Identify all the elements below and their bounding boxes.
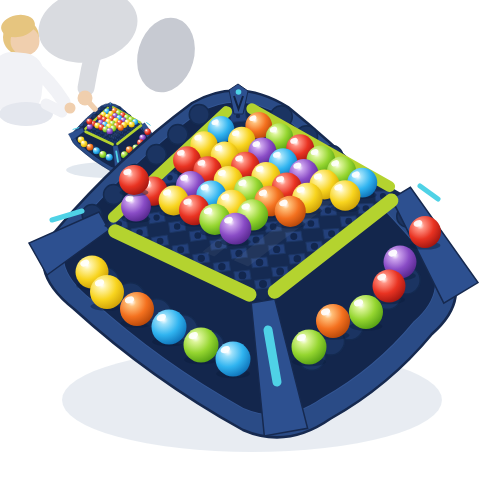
adult-figure-leg [129,11,204,99]
empty-cell-hole [239,272,247,280]
empty-cell-hole [114,141,116,143]
empty-cell-hole [259,280,267,288]
empty-cell-hole [194,232,201,239]
cyan-accent [420,186,438,199]
tray-well [146,145,166,165]
grid-ball-purple [107,128,113,135]
child-hand [65,103,76,114]
tray-ball-blue [93,147,100,154]
product-image[interactable] [0,0,500,500]
tray-ball-blue [106,154,113,161]
cyan-accent [147,123,151,126]
empty-cell-hole [157,238,164,245]
empty-cell-hole [125,134,126,135]
tray-well [92,114,96,118]
empty-cell-hole [325,207,331,213]
empty-cell-hole [96,120,97,121]
tray-well [168,125,188,145]
empty-cell-hole [110,140,112,142]
grid-ball-orange [275,196,306,229]
empty-cell-hole [276,268,284,276]
tray-ball-red [144,129,150,136]
empty-cell-hole [308,220,315,227]
tray-ball-orange [120,292,154,328]
empty-cell-hole [128,131,129,132]
empty-cell-hole [121,132,122,133]
empty-cell-hole [118,139,120,141]
empty-cell-hole [177,246,184,253]
empty-cell-hole [167,175,172,180]
tray-ball-blue [152,310,187,347]
tray-well [100,106,104,110]
tray-ball-orange [87,144,94,151]
empty-cell-hole [114,137,115,138]
empty-cell-hole [121,136,122,137]
empty-cell-hole [290,233,297,240]
tray-ball-red [373,270,406,305]
empty-cell-hole [256,259,263,266]
tray-ball-lime [292,330,327,367]
tray-ball-yellow [81,140,88,147]
empty-cell-hole [117,135,118,136]
empty-cell-hole [94,133,95,134]
grid-ball-yellow [330,180,361,212]
tray-well [104,185,124,205]
grid-ball-purple [220,213,252,246]
empty-cell-hole [98,135,99,136]
empty-cell-hole [273,246,280,253]
tray-ball-lime [349,295,383,331]
empty-cell-hole [128,127,129,128]
empty-cell-hole [93,128,94,129]
tray-ball-lime [99,151,106,158]
tray-ball-orange [316,304,350,340]
tray-well [189,105,209,125]
grid-ball-yellow [129,121,135,127]
tray-ball-yellow [90,275,124,311]
empty-cell-hole [294,255,301,262]
tray-ball-red [86,118,92,124]
empty-cell-hole [328,230,335,237]
tray-ball-blue [216,342,251,379]
rainbow-ball-game-photo [0,0,500,500]
tray-ball-red [119,165,149,197]
adult-finger [85,98,95,109]
empty-cell-hole [153,214,159,220]
empty-cell-hole [174,223,180,229]
child-sock [46,104,62,112]
grid-ball-orange [118,125,124,132]
empty-cell-hole [101,132,102,133]
empty-cell-hole [97,130,98,131]
empty-cell-hole [218,263,225,270]
empty-cell-hole [311,243,318,250]
empty-cell-hole [106,138,107,139]
tray-ball-lime [184,328,219,365]
tray-well [83,122,87,126]
tray-ball-red [409,216,441,250]
empty-cell-hole [124,129,125,130]
empty-cell-hole [102,136,103,137]
empty-cell-hole [198,255,205,262]
